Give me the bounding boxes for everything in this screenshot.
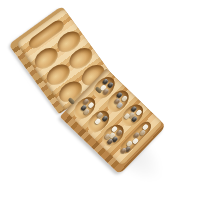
stone [101, 115, 109, 123]
stone [102, 88, 110, 96]
stone [139, 129, 147, 137]
stone [87, 102, 95, 110]
stone [132, 137, 140, 145]
mancala-photo-scene [0, 0, 200, 200]
stone [83, 108, 91, 116]
stone [94, 118, 102, 126]
stone [121, 95, 129, 103]
stone [117, 101, 125, 109]
stone [107, 81, 115, 89]
